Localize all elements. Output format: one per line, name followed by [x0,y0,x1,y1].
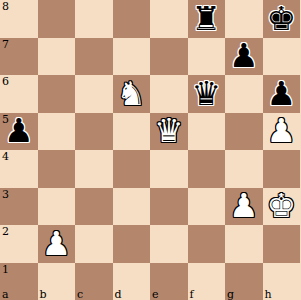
piece-black-king[interactable]: ♚ [266,1,296,37]
square-b4[interactable] [38,150,76,188]
file-label-a: a [2,289,9,300]
square-b5[interactable] [38,113,76,151]
piece-white-king[interactable]: ♚ [266,188,296,224]
piece-white-queen[interactable]: ♛ [154,113,184,149]
chess-board: 8♜♚7♟6♞♛♟5♟♛♟43♟♚2♟1abcdefgh [0,0,300,300]
square-a7[interactable]: 7 [0,38,38,76]
square-a6[interactable]: 6 [0,75,38,113]
square-h2[interactable] [263,225,301,263]
file-label-h: h [265,289,272,300]
square-c7[interactable] [75,38,113,76]
square-d4[interactable] [113,150,151,188]
square-b2[interactable]: ♟ [38,225,76,263]
file-label-g: g [227,289,234,300]
rank-label-4: 4 [2,151,9,162]
square-b6[interactable] [38,75,76,113]
piece-white-pawn[interactable]: ♟ [229,188,259,224]
square-b3[interactable] [38,188,76,226]
square-c4[interactable] [75,150,113,188]
file-label-f: f [190,289,194,300]
square-f8[interactable]: ♜ [188,0,226,38]
square-a1[interactable]: 1a [0,263,38,300]
square-e3[interactable] [150,188,188,226]
square-h8[interactable]: ♚ [263,0,301,38]
square-b1[interactable]: b [38,263,76,300]
square-h3[interactable]: ♚ [263,188,301,226]
file-label-e: e [152,289,159,300]
piece-black-rook[interactable]: ♜ [191,1,221,37]
square-h5[interactable]: ♟ [263,113,301,151]
square-b8[interactable] [38,0,76,38]
square-g3[interactable]: ♟ [225,188,263,226]
rank-label-7: 7 [2,39,9,50]
rank-label-6: 6 [2,76,9,87]
square-e4[interactable] [150,150,188,188]
piece-black-pawn[interactable]: ♟ [229,38,259,74]
square-g8[interactable] [225,0,263,38]
square-e2[interactable] [150,225,188,263]
square-f3[interactable] [188,188,226,226]
square-g7[interactable]: ♟ [225,38,263,76]
square-f6[interactable]: ♛ [188,75,226,113]
square-e6[interactable] [150,75,188,113]
square-a4[interactable]: 4 [0,150,38,188]
square-c1[interactable]: c [75,263,113,300]
rank-label-2: 2 [2,226,9,237]
square-g1[interactable]: g [225,263,263,300]
square-e5[interactable]: ♛ [150,113,188,151]
square-g2[interactable] [225,225,263,263]
square-f1[interactable]: f [188,263,226,300]
piece-white-pawn[interactable]: ♟ [41,226,71,262]
square-g5[interactable] [225,113,263,151]
square-a8[interactable]: 8 [0,0,38,38]
square-a2[interactable]: 2 [0,225,38,263]
square-h7[interactable] [263,38,301,76]
square-f7[interactable] [188,38,226,76]
square-g6[interactable] [225,75,263,113]
square-d6[interactable]: ♞ [113,75,151,113]
file-label-d: d [115,289,122,300]
piece-white-knight[interactable]: ♞ [116,76,146,112]
square-h1[interactable]: h [263,263,301,300]
square-c5[interactable] [75,113,113,151]
square-b7[interactable] [38,38,76,76]
rank-label-8: 8 [2,1,9,12]
square-d7[interactable] [113,38,151,76]
piece-black-pawn[interactable]: ♟ [4,113,34,149]
rank-label-3: 3 [2,189,9,200]
square-a3[interactable]: 3 [0,188,38,226]
square-d5[interactable] [113,113,151,151]
square-g4[interactable] [225,150,263,188]
piece-black-queen[interactable]: ♛ [191,76,221,112]
square-c3[interactable] [75,188,113,226]
square-d3[interactable] [113,188,151,226]
piece-black-pawn[interactable]: ♟ [266,76,296,112]
square-f2[interactable] [188,225,226,263]
square-f5[interactable] [188,113,226,151]
square-h4[interactable] [263,150,301,188]
piece-white-pawn[interactable]: ♟ [266,113,296,149]
square-e7[interactable] [150,38,188,76]
file-label-b: b [40,289,47,300]
square-c8[interactable] [75,0,113,38]
square-c2[interactable] [75,225,113,263]
rank-label-1: 1 [2,264,9,275]
square-h6[interactable]: ♟ [263,75,301,113]
square-a5[interactable]: 5♟ [0,113,38,151]
square-d2[interactable] [113,225,151,263]
square-d1[interactable]: d [113,263,151,300]
square-c6[interactable] [75,75,113,113]
square-e1[interactable]: e [150,263,188,300]
square-d8[interactable] [113,0,151,38]
file-label-c: c [77,289,83,300]
square-f4[interactable] [188,150,226,188]
square-e8[interactable] [150,0,188,38]
